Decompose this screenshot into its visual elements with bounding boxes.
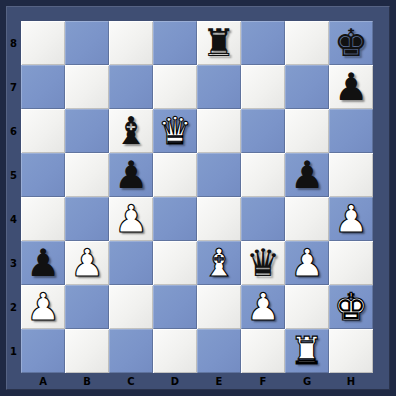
square-f3[interactable]: ♛ [241, 241, 285, 285]
square-h6[interactable] [329, 109, 373, 153]
square-e1[interactable] [197, 329, 241, 373]
square-c1[interactable] [109, 329, 153, 373]
square-c2[interactable] [109, 285, 153, 329]
square-e8[interactable]: ♜ [197, 21, 241, 65]
chess-diagram: 87654321 ABCDEFGH ♜♚♟♝♛♟♟♟♟♟♟♝♛♟♟♟♚♜ [0, 0, 396, 396]
white-pawn[interactable]: ♟ [114, 197, 148, 241]
square-e6[interactable] [197, 109, 241, 153]
square-d5[interactable] [153, 153, 197, 197]
white-pawn[interactable]: ♟ [70, 241, 104, 285]
file-label-f: F [241, 373, 285, 390]
file-label-c: C [109, 373, 153, 390]
square-a7[interactable] [21, 65, 65, 109]
square-d6[interactable]: ♛ [153, 109, 197, 153]
black-pawn[interactable]: ♟ [334, 65, 368, 109]
file-label-b: B [65, 373, 109, 390]
square-f6[interactable] [241, 109, 285, 153]
square-d4[interactable] [153, 197, 197, 241]
square-c3[interactable] [109, 241, 153, 285]
square-e3[interactable]: ♝ [197, 241, 241, 285]
square-b1[interactable] [65, 329, 109, 373]
square-a6[interactable] [21, 109, 65, 153]
square-g3[interactable]: ♟ [285, 241, 329, 285]
file-label-a: A [21, 373, 65, 390]
square-b6[interactable] [65, 109, 109, 153]
square-a4[interactable] [21, 197, 65, 241]
black-king[interactable]: ♚ [334, 21, 368, 65]
square-a8[interactable] [21, 21, 65, 65]
rank-label-8: 8 [6, 21, 21, 65]
chess-board: ♜♚♟♝♛♟♟♟♟♟♟♝♛♟♟♟♚♜ [21, 21, 373, 373]
square-g8[interactable] [285, 21, 329, 65]
square-b4[interactable] [65, 197, 109, 241]
square-f4[interactable] [241, 197, 285, 241]
square-b2[interactable] [65, 285, 109, 329]
white-rook[interactable]: ♜ [290, 329, 324, 373]
square-h2[interactable]: ♚ [329, 285, 373, 329]
file-label-e: E [197, 373, 241, 390]
square-h3[interactable] [329, 241, 373, 285]
rank-label-3: 3 [6, 241, 21, 285]
white-pawn[interactable]: ♟ [334, 197, 368, 241]
white-pawn[interactable]: ♟ [246, 285, 280, 329]
rank-label-1: 1 [6, 329, 21, 373]
square-d3[interactable] [153, 241, 197, 285]
square-g1[interactable]: ♜ [285, 329, 329, 373]
square-a3[interactable]: ♟ [21, 241, 65, 285]
black-queen[interactable]: ♛ [246, 241, 280, 285]
square-c4[interactable]: ♟ [109, 197, 153, 241]
rank-label-2: 2 [6, 285, 21, 329]
white-pawn[interactable]: ♟ [290, 241, 324, 285]
square-g6[interactable] [285, 109, 329, 153]
rank-label-6: 6 [6, 109, 21, 153]
black-rook[interactable]: ♜ [202, 21, 236, 65]
square-c8[interactable] [109, 21, 153, 65]
square-f5[interactable] [241, 153, 285, 197]
rank-labels: 87654321 [6, 21, 21, 373]
black-pawn[interactable]: ♟ [26, 241, 60, 285]
square-f8[interactable] [241, 21, 285, 65]
rank-label-7: 7 [6, 65, 21, 109]
square-f1[interactable] [241, 329, 285, 373]
file-label-g: G [285, 373, 329, 390]
square-a5[interactable] [21, 153, 65, 197]
square-a1[interactable] [21, 329, 65, 373]
square-c6[interactable]: ♝ [109, 109, 153, 153]
square-g4[interactable] [285, 197, 329, 241]
black-pawn[interactable]: ♟ [114, 153, 148, 197]
white-pawn[interactable]: ♟ [26, 285, 60, 329]
square-f7[interactable] [241, 65, 285, 109]
square-e7[interactable] [197, 65, 241, 109]
square-g2[interactable] [285, 285, 329, 329]
square-h1[interactable] [329, 329, 373, 373]
square-h7[interactable]: ♟ [329, 65, 373, 109]
square-b5[interactable] [65, 153, 109, 197]
square-c7[interactable] [109, 65, 153, 109]
square-d2[interactable] [153, 285, 197, 329]
square-e5[interactable] [197, 153, 241, 197]
file-label-d: D [153, 373, 197, 390]
square-c5[interactable]: ♟ [109, 153, 153, 197]
file-label-h: H [329, 373, 373, 390]
file-labels: ABCDEFGH [21, 373, 373, 390]
square-h5[interactable] [329, 153, 373, 197]
square-e4[interactable] [197, 197, 241, 241]
square-g5[interactable]: ♟ [285, 153, 329, 197]
rank-label-5: 5 [6, 153, 21, 197]
square-a2[interactable]: ♟ [21, 285, 65, 329]
white-bishop[interactable]: ♝ [202, 241, 236, 285]
square-h4[interactable]: ♟ [329, 197, 373, 241]
square-b8[interactable] [65, 21, 109, 65]
white-king[interactable]: ♚ [334, 285, 368, 329]
square-h8[interactable]: ♚ [329, 21, 373, 65]
white-queen[interactable]: ♛ [158, 109, 192, 153]
square-b7[interactable] [65, 65, 109, 109]
black-bishop[interactable]: ♝ [114, 109, 148, 153]
square-g7[interactable] [285, 65, 329, 109]
square-d1[interactable] [153, 329, 197, 373]
square-d8[interactable] [153, 21, 197, 65]
square-b3[interactable]: ♟ [65, 241, 109, 285]
square-f2[interactable]: ♟ [241, 285, 285, 329]
black-pawn[interactable]: ♟ [290, 153, 324, 197]
rank-label-4: 4 [6, 197, 21, 241]
square-e2[interactable] [197, 285, 241, 329]
square-d7[interactable] [153, 65, 197, 109]
